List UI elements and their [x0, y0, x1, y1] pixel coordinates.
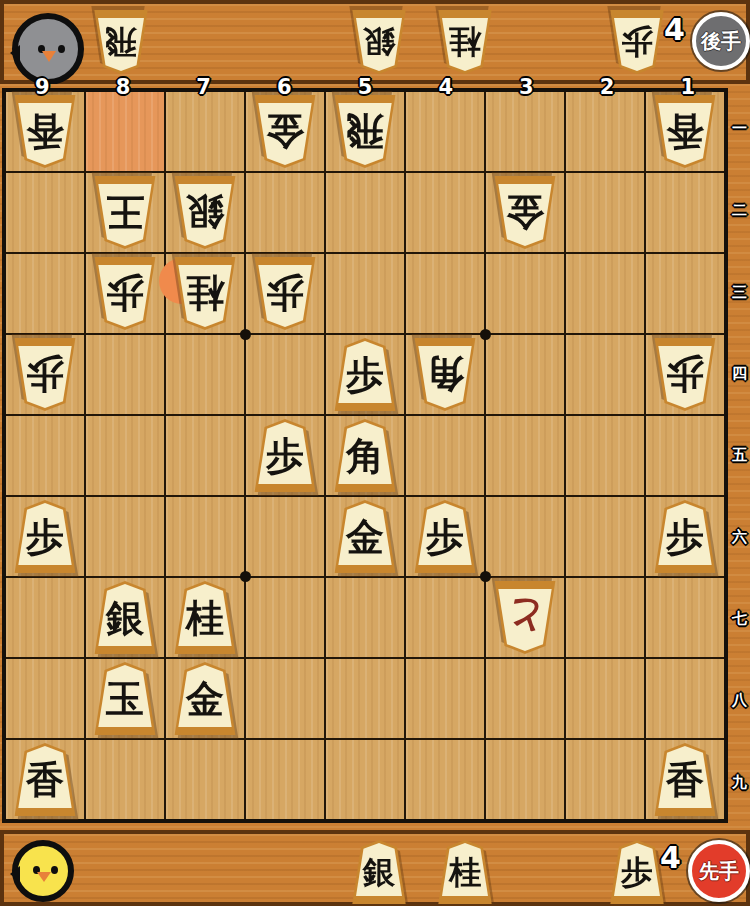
- piece-kanji: 銀: [106, 593, 144, 637]
- square-5-4[interactable]: 歩: [326, 335, 404, 414]
- piece-kanji: 飛: [346, 112, 384, 156]
- chick-beak-icon: [42, 51, 56, 62]
- piece-kanji: 歩: [666, 512, 704, 556]
- piece-kanji: 歩: [666, 355, 704, 399]
- piece-歩[interactable]: 歩: [332, 338, 398, 411]
- square-8-8[interactable]: 玉: [86, 659, 164, 738]
- piece-銀[interactable]: 銀: [350, 840, 408, 904]
- square-2-5[interactable]: [566, 416, 644, 495]
- piece-桂[interactable]: 桂: [172, 581, 238, 654]
- square-3-5[interactable]: [486, 416, 564, 495]
- piece-桂[interactable]: 桂: [172, 257, 238, 330]
- square-8-7[interactable]: 銀: [86, 578, 164, 657]
- piece-歩[interactable]: 歩: [92, 257, 158, 330]
- piece-kanji: 金: [266, 112, 304, 156]
- rank-label-7: 七: [729, 578, 750, 660]
- gote-badge: 後手: [692, 12, 750, 70]
- rank-label-5: 五: [729, 415, 750, 497]
- gote-pawn-count: 4: [664, 12, 685, 47]
- piece-と[interactable]: と: [492, 581, 558, 654]
- square-4-9[interactable]: [406, 740, 484, 819]
- sente-badge: 先手: [688, 840, 750, 902]
- piece-銀[interactable]: 銀: [172, 176, 238, 249]
- square-2-2[interactable]: [566, 173, 644, 252]
- square-8-3[interactable]: 歩: [86, 254, 164, 333]
- square-7-1[interactable]: [166, 92, 244, 171]
- square-4-2[interactable]: [406, 173, 484, 252]
- square-1-6[interactable]: 歩: [646, 497, 724, 576]
- piece-銀[interactable]: 銀: [350, 10, 408, 74]
- square-1-9[interactable]: 香: [646, 740, 724, 819]
- square-7-8[interactable]: 金: [166, 659, 244, 738]
- chick-eye-icon: [58, 45, 65, 53]
- piece-kanji: 金: [186, 674, 224, 718]
- piece-kanji: 桂: [449, 851, 481, 888]
- piece-kanji: 歩: [26, 512, 64, 556]
- square-6-3[interactable]: 歩: [246, 254, 324, 333]
- piece-歩[interactable]: 歩: [252, 419, 318, 492]
- square-3-6[interactable]: [486, 497, 564, 576]
- square-8-9[interactable]: [86, 740, 164, 819]
- piece-飛[interactable]: 飛: [332, 95, 398, 168]
- sente-hand-tray: 銀桂歩 4 先手: [0, 830, 750, 906]
- square-7-3[interactable]: 桂: [166, 254, 244, 333]
- square-5-5[interactable]: 角: [326, 416, 404, 495]
- board-zone: 香金飛香王銀金歩桂歩歩歩角歩歩角歩金歩歩銀桂と玉金香香: [0, 84, 750, 830]
- piece-kanji: 角: [426, 355, 464, 399]
- square-3-4[interactable]: [486, 335, 564, 414]
- piece-桂[interactable]: 桂: [436, 10, 494, 74]
- piece-kanji: 銀: [363, 26, 395, 63]
- piece-kanji: 金: [346, 512, 384, 556]
- square-6-1[interactable]: 金: [246, 92, 324, 171]
- square-4-8[interactable]: [406, 659, 484, 738]
- square-9-4[interactable]: 歩: [6, 335, 84, 414]
- square-4-1[interactable]: [406, 92, 484, 171]
- square-4-3[interactable]: [406, 254, 484, 333]
- rank-label-3: 三: [729, 251, 750, 333]
- square-8-2[interactable]: 王: [86, 173, 164, 252]
- square-6-6[interactable]: [246, 497, 324, 576]
- square-3-1[interactable]: [486, 92, 564, 171]
- square-9-3[interactable]: [6, 254, 84, 333]
- square-5-7[interactable]: [326, 578, 404, 657]
- square-7-9[interactable]: [166, 740, 244, 819]
- square-1-1[interactable]: 香: [646, 92, 724, 171]
- piece-飛[interactable]: 飛: [92, 10, 150, 74]
- rank-label-2: 二: [729, 170, 750, 252]
- file-label-4: 4: [405, 76, 486, 98]
- piece-歩[interactable]: 歩: [608, 10, 666, 74]
- piece-kanji: 歩: [26, 355, 64, 399]
- piece-金[interactable]: 金: [172, 662, 238, 735]
- chick-tail-icon: [10, 866, 20, 882]
- square-9-7[interactable]: [6, 578, 84, 657]
- square-1-4[interactable]: 歩: [646, 335, 724, 414]
- square-5-2[interactable]: [326, 173, 404, 252]
- piece-歩[interactable]: 歩: [252, 257, 318, 330]
- square-2-6[interactable]: [566, 497, 644, 576]
- piece-歩[interactable]: 歩: [12, 500, 78, 573]
- piece-kanji: 歩: [426, 512, 464, 556]
- piece-香[interactable]: 香: [652, 743, 718, 816]
- square-2-7[interactable]: [566, 578, 644, 657]
- square-3-9[interactable]: [486, 740, 564, 819]
- square-2-8[interactable]: [566, 659, 644, 738]
- square-6-4[interactable]: [246, 335, 324, 414]
- file-label-5: 5: [325, 76, 406, 98]
- square-5-1[interactable]: 飛: [326, 92, 404, 171]
- chick-eye-icon: [51, 866, 58, 874]
- piece-歩[interactable]: 歩: [652, 500, 718, 573]
- piece-角[interactable]: 角: [332, 419, 398, 492]
- square-8-4[interactable]: [86, 335, 164, 414]
- piece-kanji: 玉: [106, 674, 144, 718]
- piece-kanji: 金: [506, 193, 544, 237]
- piece-歩[interactable]: 歩: [412, 500, 478, 573]
- square-2-4[interactable]: [566, 335, 644, 414]
- square-9-1[interactable]: 香: [6, 92, 84, 171]
- square-7-4[interactable]: [166, 335, 244, 414]
- sente-avatar-yellow-chick-icon: [12, 840, 74, 902]
- square-3-2[interactable]: 金: [486, 173, 564, 252]
- square-7-7[interactable]: 桂: [166, 578, 244, 657]
- file-coordinate-labels: 987654321: [2, 76, 728, 98]
- piece-kanji: 桂: [186, 593, 224, 637]
- square-9-2[interactable]: [6, 173, 84, 252]
- piece-kanji: 銀: [186, 193, 224, 237]
- square-4-5[interactable]: [406, 416, 484, 495]
- file-label-3: 3: [486, 76, 567, 98]
- square-1-3[interactable]: [646, 254, 724, 333]
- file-label-2: 2: [567, 76, 648, 98]
- square-6-7[interactable]: [246, 578, 324, 657]
- rank-label-8: 八: [729, 660, 750, 742]
- piece-王[interactable]: 王: [92, 176, 158, 249]
- piece-銀[interactable]: 銀: [92, 581, 158, 654]
- rank-label-1: 一: [729, 88, 750, 170]
- piece-kanji: と: [506, 598, 545, 642]
- piece-kanji: 飛: [105, 26, 137, 63]
- sente-pawn-count: 4: [660, 840, 681, 875]
- square-9-9[interactable]: 香: [6, 740, 84, 819]
- square-3-3[interactable]: [486, 254, 564, 333]
- file-label-1: 1: [647, 76, 728, 98]
- file-label-9: 9: [2, 76, 83, 98]
- rank-coordinate-labels: 一二三四五六七八九: [729, 88, 750, 823]
- piece-歩[interactable]: 歩: [12, 338, 78, 411]
- square-4-6[interactable]: 歩: [406, 497, 484, 576]
- square-7-2[interactable]: 銀: [166, 173, 244, 252]
- piece-玉[interactable]: 玉: [92, 662, 158, 735]
- piece-金[interactable]: 金: [492, 176, 558, 249]
- file-label-8: 8: [83, 76, 164, 98]
- chick-tail-icon: [10, 45, 20, 61]
- piece-kanji: 角: [346, 431, 384, 475]
- piece-kanji: 香: [26, 755, 64, 799]
- square-8-5[interactable]: [86, 416, 164, 495]
- square-1-8[interactable]: [646, 659, 724, 738]
- piece-kanji: 王: [106, 193, 144, 237]
- piece-kanji: 歩: [266, 431, 304, 475]
- square-5-3[interactable]: [326, 254, 404, 333]
- gote-hand-tray: 飛銀桂歩 4 後手: [0, 0, 750, 84]
- square-7-5[interactable]: [166, 416, 244, 495]
- square-5-9[interactable]: [326, 740, 404, 819]
- rank-label-6: 六: [729, 496, 750, 578]
- square-9-5[interactable]: [6, 416, 84, 495]
- piece-kanji: 香: [666, 755, 704, 799]
- rank-label-4: 四: [729, 333, 750, 415]
- piece-kanji: 歩: [346, 350, 384, 394]
- piece-kanji: 銀: [363, 851, 395, 888]
- square-9-8[interactable]: [6, 659, 84, 738]
- piece-歩[interactable]: 歩: [608, 840, 666, 904]
- piece-kanji: 桂: [449, 26, 481, 63]
- rank-label-9: 九: [729, 741, 750, 823]
- file-label-6: 6: [244, 76, 325, 98]
- piece-kanji: 歩: [266, 274, 304, 318]
- piece-香[interactable]: 香: [12, 743, 78, 816]
- piece-金[interactable]: 金: [332, 500, 398, 573]
- square-4-4[interactable]: 角: [406, 335, 484, 414]
- square-1-7[interactable]: [646, 578, 724, 657]
- piece-kanji: 歩: [106, 274, 144, 318]
- square-6-5[interactable]: 歩: [246, 416, 324, 495]
- piece-kanji: 歩: [621, 851, 653, 888]
- square-1-5[interactable]: [646, 416, 724, 495]
- piece-金[interactable]: 金: [252, 95, 318, 168]
- piece-kanji: 歩: [621, 26, 653, 63]
- square-8-6[interactable]: [86, 497, 164, 576]
- piece-kanji: 桂: [186, 274, 224, 318]
- piece-歩[interactable]: 歩: [652, 338, 718, 411]
- square-9-6[interactable]: 歩: [6, 497, 84, 576]
- shogi-app: 飛銀桂歩 4 後手 香金飛香王銀金歩桂歩歩歩角歩歩角歩金歩歩銀桂と玉金香香 98…: [0, 0, 750, 906]
- square-6-9[interactable]: [246, 740, 324, 819]
- file-label-7: 7: [163, 76, 244, 98]
- chick-beak-icon: [37, 872, 51, 882]
- square-6-2[interactable]: [246, 173, 324, 252]
- piece-桂[interactable]: 桂: [436, 840, 494, 904]
- square-5-8[interactable]: [326, 659, 404, 738]
- piece-香[interactable]: 香: [652, 95, 718, 168]
- square-3-7[interactable]: と: [486, 578, 564, 657]
- square-5-6[interactable]: 金: [326, 497, 404, 576]
- square-2-3[interactable]: [566, 254, 644, 333]
- square-8-1[interactable]: [86, 92, 164, 171]
- square-3-8[interactable]: [486, 659, 564, 738]
- square-4-7[interactable]: [406, 578, 484, 657]
- shogi-board: 香金飛香王銀金歩桂歩歩歩角歩歩角歩金歩歩銀桂と玉金香香: [2, 88, 728, 823]
- piece-香[interactable]: 香: [12, 95, 78, 168]
- square-2-9[interactable]: [566, 740, 644, 819]
- square-6-8[interactable]: [246, 659, 324, 738]
- piece-kanji: 香: [666, 112, 704, 156]
- square-7-6[interactable]: [166, 497, 244, 576]
- piece-kanji: 香: [26, 112, 64, 156]
- piece-角[interactable]: 角: [412, 338, 478, 411]
- square-1-2[interactable]: [646, 173, 724, 252]
- square-2-1[interactable]: [566, 92, 644, 171]
